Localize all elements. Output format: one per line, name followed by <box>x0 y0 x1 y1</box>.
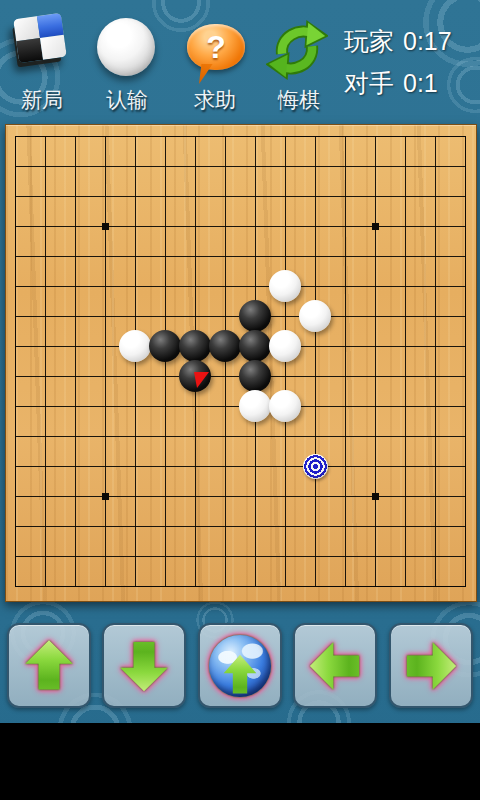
nav-bar <box>0 623 480 708</box>
player-timer-value: 0:17 <box>403 20 452 62</box>
stone-white <box>119 330 151 362</box>
white-stone-icon <box>97 18 155 76</box>
globe-up-arrow-icon <box>209 635 271 697</box>
stone-black <box>239 360 271 392</box>
player-timer-label: 玩家 <box>344 20 394 62</box>
app-screen: 新局 认输 ? 求助 <box>0 0 480 800</box>
toolbar: 新局 认输 ? 求助 <box>0 0 480 124</box>
resign-label: 认输 <box>85 86 169 114</box>
question-bubble-icon: ? <box>187 24 245 70</box>
globe-green-arrow <box>220 653 260 697</box>
stone-white <box>239 390 271 422</box>
globe-icon <box>209 635 271 697</box>
star-point <box>102 223 109 230</box>
timer-panel: 玩家 0:17 对手 0:1 <box>344 20 476 104</box>
move-up-button[interactable] <box>7 623 91 708</box>
stone-black <box>239 330 271 362</box>
undo-label: 悔棋 <box>257 86 341 114</box>
green-down-arrow-icon <box>115 638 173 694</box>
opponent-timer: 对手 0:1 <box>344 62 476 104</box>
undo-cycle-arrows-icon <box>266 20 328 84</box>
hint-marker-stone <box>303 454 328 479</box>
star-point <box>102 493 109 500</box>
stone-white <box>269 390 301 422</box>
green-right-arrow-icon <box>402 638 460 694</box>
resign-button[interactable]: 认输 <box>85 8 169 116</box>
new-game-button[interactable]: 新局 <box>0 8 84 116</box>
board-grid[interactable] <box>15 136 466 587</box>
green-left-arrow-icon <box>306 638 364 694</box>
board <box>5 124 477 602</box>
stone-black-last-move <box>179 360 211 392</box>
stone-black <box>179 330 211 362</box>
last-move-marker <box>194 372 209 388</box>
move-right-button[interactable] <box>389 623 473 708</box>
stone-black <box>149 330 181 362</box>
help-label: 求助 <box>173 86 257 114</box>
submit-move-button[interactable] <box>198 623 282 708</box>
star-point <box>372 223 379 230</box>
star-point <box>372 493 379 500</box>
undo-button[interactable]: 悔棋 <box>257 8 341 116</box>
bottom-black-bar <box>0 723 480 800</box>
opponent-timer-label: 对手 <box>344 62 394 104</box>
stone-white <box>299 300 331 332</box>
stone-white <box>269 270 301 302</box>
stone-black <box>209 330 241 362</box>
move-left-button[interactable] <box>293 623 377 708</box>
green-up-arrow-icon <box>20 638 78 694</box>
stone-black <box>239 300 271 332</box>
opponent-timer-value: 0:1 <box>403 62 438 104</box>
player-timer: 玩家 0:17 <box>344 20 476 62</box>
move-down-button[interactable] <box>102 623 186 708</box>
new-game-label: 新局 <box>0 86 84 114</box>
checker-cube-icon <box>13 13 67 63</box>
help-button[interactable]: ? 求助 <box>173 8 257 116</box>
question-mark: ? <box>206 29 226 66</box>
stone-white <box>269 330 301 362</box>
